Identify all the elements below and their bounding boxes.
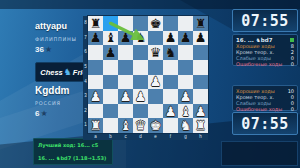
black-piece-r: ♜ [195,17,207,30]
square-f7[interactable]: ♟ [163,31,178,46]
white-piece-p: ♟ [195,105,207,118]
square-b2[interactable] [103,104,118,119]
square-g8[interactable] [178,16,193,31]
square-c7[interactable]: ♟ [118,31,133,46]
square-e3[interactable] [148,89,163,104]
black-piece-p: ♟ [120,31,132,44]
square-a7[interactable]: ♟ [88,31,103,46]
bottom-right-panel [221,141,298,166]
square-b8[interactable] [103,16,118,31]
player-top-stars: 36★ [35,45,52,54]
square-a1[interactable]: ♜ [88,118,103,133]
white-piece-p: ♟ [150,75,162,88]
square-h8[interactable]: ♜ [193,16,208,31]
square-h5[interactable] [193,60,208,75]
white-piece-p: ♟ [120,90,132,103]
square-e6[interactable]: ♛ [148,45,163,60]
square-g1[interactable]: ♞ [178,118,193,133]
square-e5[interactable] [148,60,163,75]
star-icon: ★ [45,45,52,54]
file-label: e [148,133,163,140]
clock-bottom-time: 07:55 [241,115,289,133]
analysis-hint-box: Лучший ход: 16... c5 16. ... ♞bd7 (1.18→… [33,138,113,165]
white-piece-b: ♝ [180,105,192,118]
square-a4[interactable] [88,75,103,90]
square-b1[interactable] [103,118,118,133]
square-e1[interactable]: ♚ [148,118,163,133]
black-piece-p: ♟ [165,31,177,44]
star-icon: ★ [40,109,47,118]
background-pattern [0,0,300,9]
black-piece-r: ♜ [90,17,102,30]
file-label: h [193,133,208,140]
player-bottom-country: РОССИЯ [35,100,61,106]
square-h7[interactable]: ♟ [193,31,208,46]
square-a8[interactable]: ♜ [88,16,103,31]
square-e4[interactable]: ♟ [148,75,163,90]
white-piece-b: ♝ [120,119,132,132]
white-piece-p: ♟ [165,105,177,118]
black-piece-q: ♛ [150,46,162,59]
square-c2[interactable] [118,104,133,119]
square-a6[interactable] [88,45,103,60]
square-e2[interactable] [148,104,163,119]
black-piece-n: ♞ [135,31,147,44]
white-piece-q: ♛ [135,119,147,132]
square-g4[interactable] [178,75,193,90]
player-top-stars-value: 36 [35,45,44,54]
square-d3[interactable]: ♟ [133,89,148,104]
square-b4[interactable] [103,75,118,90]
square-c1[interactable]: ♝ [118,118,133,133]
player-bottom-stars-value: 6 [35,109,39,118]
stat-row: Ошибочные ходы0 [236,61,294,67]
stats-panel-bottom: Хорошие ходы10 Кроме теор. х.0 Слабые хо… [232,85,298,111]
file-label: c [118,133,133,140]
white-piece-p: ♟ [135,90,147,103]
best-move-text: Лучший ход: 16... c5 [38,142,108,148]
square-a5[interactable] [88,60,103,75]
file-label: a [88,133,103,140]
board-corner [83,133,88,140]
player-bottom-stars: 6★ [35,109,48,118]
square-d4[interactable] [133,75,148,90]
square-d7[interactable]: ♞ [133,31,148,46]
square-b7[interactable]: ♝ [103,31,118,46]
square-c5[interactable] [118,60,133,75]
board-file-labels: abcdefgh [88,133,208,140]
clock-top-time: 07:55 [241,12,289,30]
file-label: d [133,133,148,140]
square-d8[interactable] [133,16,148,31]
good-move-indicator [290,38,294,42]
black-piece-p: ♟ [180,31,192,44]
player-top-country: ФИЛИППИНЫ [35,36,77,42]
square-f3[interactable] [163,89,178,104]
square-a2[interactable] [88,104,103,119]
stats-panel-top: 16. ... ♞bd7 Хорошие ходы8 Кроме теор. х… [232,34,298,66]
file-label: g [178,133,193,140]
played-move-eval-text: 16. ... ♞bd7 (1.18→1.53) [38,155,108,161]
black-piece-p: ♟ [105,46,117,59]
square-d2[interactable] [133,104,148,119]
square-e7[interactable] [148,31,163,46]
square-f6[interactable]: ♞ [163,45,178,60]
square-h3[interactable] [193,89,208,104]
square-c6[interactable] [118,45,133,60]
square-d5[interactable] [133,60,148,75]
square-h4[interactable] [193,75,208,90]
chess-board[interactable]: ♜♚♜♟♝♟♞♟♟♟♟♛♞♟♟♟♟♟♟♝♟♜♝♛♚♞♜ [88,16,208,133]
player-bottom-name: Kgddm [35,85,69,96]
square-d6[interactable] [133,45,148,60]
white-piece-p: ♟ [180,90,192,103]
black-piece-k: ♚ [150,17,162,30]
white-piece-p: ♟ [90,90,102,103]
square-b3[interactable] [103,89,118,104]
square-c3[interactable]: ♟ [118,89,133,104]
square-h1[interactable]: ♜ [193,118,208,133]
square-g2[interactable]: ♝ [178,104,193,119]
stat-label: Ошибочные ходы [236,61,282,67]
square-f5[interactable] [163,60,178,75]
square-h2[interactable]: ♟ [193,104,208,119]
file-label: f [163,133,178,140]
square-d1[interactable]: ♛ [133,118,148,133]
black-piece-p: ♟ [195,31,207,44]
square-e8[interactable]: ♚ [148,16,163,31]
white-piece-r: ♜ [90,119,102,132]
square-f1[interactable] [163,118,178,133]
square-g3[interactable]: ♟ [178,89,193,104]
square-g7[interactable]: ♟ [178,31,193,46]
logo-text-chess: Chess [40,68,63,77]
square-a3[interactable]: ♟ [88,89,103,104]
file-label: b [103,133,118,140]
square-f2[interactable]: ♟ [163,104,178,119]
black-piece-p: ♟ [90,31,102,44]
black-piece-b: ♝ [105,31,117,44]
square-g6[interactable] [178,45,193,60]
square-f4[interactable] [163,75,178,90]
square-c8[interactable] [118,16,133,31]
player-top-name: attyapu [35,21,67,31]
square-f8[interactable] [163,16,178,31]
white-piece-n: ♞ [180,119,192,132]
square-h6[interactable] [193,45,208,60]
square-b6[interactable]: ♟ [103,45,118,60]
white-piece-r: ♜ [195,119,207,132]
white-piece-k: ♚ [150,119,162,132]
stat-value: 0 [291,61,294,67]
clock-bottom: 07:55 [232,112,298,135]
game-screen: attyapu ФИЛИППИНЫ 36★ 1136 Chess ♞ Frien… [0,0,300,168]
square-c4[interactable] [118,75,133,90]
clock-top: 07:55 [232,9,298,32]
square-g5[interactable] [178,60,193,75]
square-b5[interactable] [103,60,118,75]
knight-logo-icon: ♞ [64,68,72,77]
black-piece-n: ♞ [165,46,177,59]
